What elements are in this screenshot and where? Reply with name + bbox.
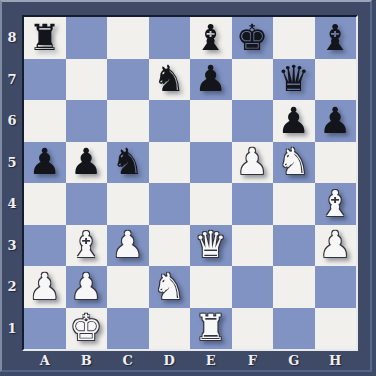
square-d3[interactable] (149, 225, 191, 267)
square-f1[interactable] (232, 308, 274, 350)
square-c2[interactable] (107, 266, 149, 308)
rank-label-7: 7 (2, 59, 22, 101)
piece-black-bishop[interactable]: ♝ (195, 20, 227, 56)
square-e1[interactable]: ♜ (190, 308, 232, 350)
square-g6[interactable]: ♟ (273, 100, 315, 142)
file-label-a: A (24, 349, 66, 371)
square-a6[interactable] (24, 100, 66, 142)
square-h8[interactable]: ♝ (315, 17, 357, 59)
file-label-h: H (315, 349, 357, 371)
square-a5[interactable]: ♟ (24, 142, 66, 184)
square-d7[interactable]: ♞ (149, 59, 191, 101)
square-b8[interactable] (66, 17, 108, 59)
square-b5[interactable]: ♟ (66, 142, 108, 184)
file-label-c: C (107, 349, 149, 371)
square-h3[interactable]: ♟ (315, 225, 357, 267)
piece-black-pawn[interactable]: ♟ (29, 144, 61, 180)
square-c4[interactable] (107, 183, 149, 225)
square-e2[interactable] (190, 266, 232, 308)
square-e7[interactable]: ♟ (190, 59, 232, 101)
square-b6[interactable] (66, 100, 108, 142)
square-a7[interactable] (24, 59, 66, 101)
square-a8[interactable]: ♜ (24, 17, 66, 59)
file-label-b: B (66, 349, 108, 371)
piece-white-pawn[interactable]: ♟ (112, 227, 144, 263)
square-c6[interactable] (107, 100, 149, 142)
piece-white-bishop[interactable]: ♝ (319, 186, 351, 222)
piece-black-pawn[interactable]: ♟ (70, 144, 102, 180)
square-e6[interactable] (190, 100, 232, 142)
rank-label-5: 5 (2, 142, 22, 184)
rank-label-8: 8 (2, 17, 22, 59)
square-c8[interactable] (107, 17, 149, 59)
square-b3[interactable]: ♝ (66, 225, 108, 267)
square-c1[interactable] (107, 308, 149, 350)
rank-label-6: 6 (2, 100, 22, 142)
square-h6[interactable]: ♟ (315, 100, 357, 142)
square-g3[interactable] (273, 225, 315, 267)
square-a2[interactable]: ♟ (24, 266, 66, 308)
piece-white-knight[interactable]: ♞ (153, 269, 185, 305)
square-f8[interactable]: ♚ (232, 17, 274, 59)
square-b2[interactable]: ♟ (66, 266, 108, 308)
rank-label-2: 2 (2, 266, 22, 308)
file-labels: ABCDEFGH (24, 349, 356, 371)
rank-label-4: 4 (2, 183, 22, 225)
square-d6[interactable] (149, 100, 191, 142)
square-e8[interactable]: ♝ (190, 17, 232, 59)
square-b1[interactable]: ♚ (66, 308, 108, 350)
square-g7[interactable]: ♛ (273, 59, 315, 101)
square-a3[interactable] (24, 225, 66, 267)
square-d1[interactable] (149, 308, 191, 350)
rank-labels: 87654321 (2, 17, 22, 349)
square-f4[interactable] (232, 183, 274, 225)
square-a1[interactable] (24, 308, 66, 350)
square-g1[interactable] (273, 308, 315, 350)
piece-black-queen[interactable]: ♛ (278, 61, 310, 97)
square-g4[interactable] (273, 183, 315, 225)
chess-board[interactable]: ♜♝♚♝♞♟♛♟♟♟♟♞♟♞♝♝♟♛♟♟♟♞♚♜ (22, 15, 358, 351)
square-g8[interactable] (273, 17, 315, 59)
square-f2[interactable] (232, 266, 274, 308)
square-b4[interactable] (66, 183, 108, 225)
square-h7[interactable] (315, 59, 357, 101)
piece-black-pawn[interactable]: ♟ (319, 103, 351, 139)
square-b7[interactable] (66, 59, 108, 101)
piece-black-rook[interactable]: ♜ (29, 20, 61, 56)
piece-white-pawn[interactable]: ♟ (319, 227, 351, 263)
board-frame: 87654321 ♜♝♚♝♞♟♛♟♟♟♟♞♟♞♝♝♟♛♟♟♟♞♚♜ ABCDEF… (0, 0, 372, 372)
piece-black-knight[interactable]: ♞ (153, 61, 185, 97)
square-c3[interactable]: ♟ (107, 225, 149, 267)
square-d4[interactable] (149, 183, 191, 225)
square-f6[interactable] (232, 100, 274, 142)
square-h2[interactable] (315, 266, 357, 308)
file-label-e: E (190, 349, 232, 371)
square-d5[interactable] (149, 142, 191, 184)
piece-black-pawn[interactable]: ♟ (195, 61, 227, 97)
piece-black-pawn[interactable]: ♟ (278, 103, 310, 139)
piece-black-knight[interactable]: ♞ (112, 144, 144, 180)
piece-white-knight[interactable]: ♞ (278, 144, 310, 180)
piece-white-pawn[interactable]: ♟ (29, 269, 61, 305)
square-h5[interactable] (315, 142, 357, 184)
square-g2[interactable] (273, 266, 315, 308)
rank-label-1: 1 (2, 308, 22, 350)
piece-white-king[interactable]: ♚ (70, 310, 102, 346)
rank-label-3: 3 (2, 225, 22, 267)
file-label-d: D (149, 349, 191, 371)
square-e5[interactable] (190, 142, 232, 184)
file-label-g: G (273, 349, 315, 371)
square-c7[interactable] (107, 59, 149, 101)
piece-white-queen[interactable]: ♛ (195, 227, 227, 263)
square-d2[interactable]: ♞ (149, 266, 191, 308)
square-f5[interactable]: ♟ (232, 142, 274, 184)
square-f7[interactable] (232, 59, 274, 101)
piece-white-bishop[interactable]: ♝ (70, 227, 102, 263)
file-label-f: F (232, 349, 274, 371)
square-a4[interactable] (24, 183, 66, 225)
square-e4[interactable] (190, 183, 232, 225)
square-e3[interactable]: ♛ (190, 225, 232, 267)
square-c5[interactable]: ♞ (107, 142, 149, 184)
piece-white-rook[interactable]: ♜ (195, 310, 227, 346)
square-h1[interactable] (315, 308, 357, 350)
square-d8[interactable] (149, 17, 191, 59)
piece-white-pawn[interactable]: ♟ (236, 144, 268, 180)
piece-black-king[interactable]: ♚ (236, 20, 268, 56)
square-h4[interactable]: ♝ (315, 183, 357, 225)
piece-black-bishop[interactable]: ♝ (319, 20, 351, 56)
piece-white-pawn[interactable]: ♟ (70, 269, 102, 305)
square-f3[interactable] (232, 225, 274, 267)
square-g5[interactable]: ♞ (273, 142, 315, 184)
